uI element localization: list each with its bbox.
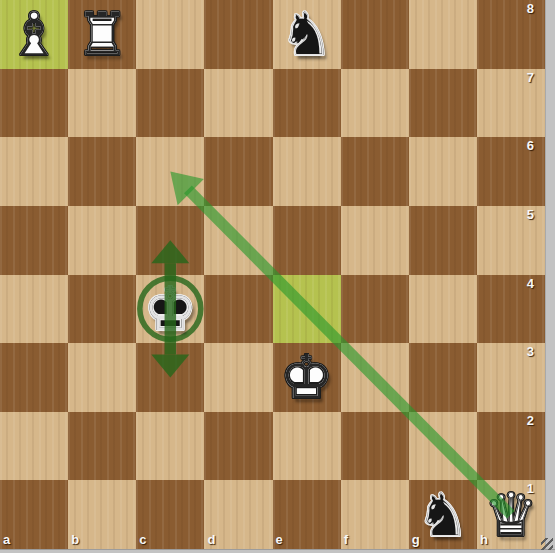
bottom-gutter bbox=[0, 549, 555, 553]
black-knight-detail: ♘ bbox=[409, 480, 477, 549]
white-bishop[interactable]: ♝♗ bbox=[0, 0, 68, 69]
pieces-layer: ♝♗♜♖♞♘♚♔♚♔♞♘♛♕ bbox=[0, 0, 545, 549]
white-rook-detail: ♖ bbox=[68, 0, 136, 69]
black-king[interactable]: ♚♔ bbox=[136, 275, 204, 344]
black-knight[interactable]: ♞♘ bbox=[409, 480, 477, 549]
white-king[interactable]: ♚♔ bbox=[273, 343, 341, 412]
black-king-detail: ♔ bbox=[136, 275, 204, 344]
right-gutter bbox=[545, 0, 555, 553]
resize-handle-icon[interactable] bbox=[541, 538, 553, 550]
white-queen-detail: ♕ bbox=[477, 480, 545, 549]
white-bishop-detail: ♗ bbox=[0, 0, 68, 69]
black-knight[interactable]: ♞♘ bbox=[273, 0, 341, 69]
white-king-detail: ♔ bbox=[273, 343, 341, 412]
white-queen[interactable]: ♛♕ bbox=[477, 480, 545, 549]
chess-board: ♝♗♜♖♞♘♚♔♚♔♞♘♛♕ abcdefgh87654321 bbox=[0, 0, 545, 549]
white-rook[interactable]: ♜♖ bbox=[68, 0, 136, 69]
black-knight-detail: ♘ bbox=[273, 0, 341, 69]
chess-app: ♝♗♜♖♞♘♚♔♚♔♞♘♛♕ abcdefgh87654321 bbox=[0, 0, 555, 553]
